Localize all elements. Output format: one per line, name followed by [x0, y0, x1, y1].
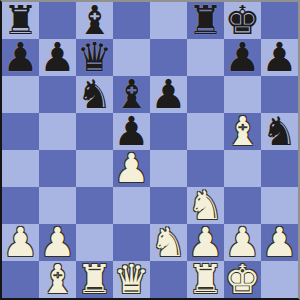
square-d3[interactable] [113, 187, 150, 224]
square-g1[interactable]: ♚ [224, 261, 261, 298]
square-b1[interactable]: ♝ [39, 261, 76, 298]
square-d1[interactable]: ♛ [113, 261, 150, 298]
square-c4[interactable] [76, 150, 113, 187]
square-c6[interactable]: ♞ [76, 76, 113, 113]
square-f6[interactable] [187, 76, 224, 113]
black-knight[interactable]: ♞ [262, 111, 298, 151]
square-f8[interactable]: ♜ [187, 2, 224, 39]
black-knight[interactable]: ♞ [77, 74, 113, 114]
square-f5[interactable] [187, 113, 224, 150]
square-h1[interactable] [261, 261, 298, 298]
black-pawn[interactable]: ♟ [225, 37, 261, 77]
square-e4[interactable] [150, 150, 187, 187]
square-d8[interactable] [113, 2, 150, 39]
square-a1[interactable] [2, 261, 39, 298]
square-a2[interactable]: ♟ [2, 224, 39, 261]
white-pawn[interactable]: ♟ [114, 148, 150, 188]
square-c1[interactable]: ♜ [76, 261, 113, 298]
white-pawn[interactable]: ♟ [3, 222, 39, 262]
square-b4[interactable] [39, 150, 76, 187]
white-bishop[interactable]: ♝ [40, 259, 76, 299]
square-e2[interactable]: ♞ [150, 224, 187, 261]
square-f1[interactable]: ♜ [187, 261, 224, 298]
white-queen[interactable]: ♛ [114, 259, 150, 299]
black-pawn[interactable]: ♟ [3, 37, 39, 77]
square-h4[interactable] [261, 150, 298, 187]
square-e8[interactable] [150, 2, 187, 39]
square-g7[interactable]: ♟ [224, 39, 261, 76]
black-pawn[interactable]: ♟ [151, 74, 187, 114]
square-g4[interactable] [224, 150, 261, 187]
square-e5[interactable] [150, 113, 187, 150]
white-king[interactable]: ♚ [225, 259, 261, 299]
chess-board: ♜♝♜♚♟♟♛♟♟♞♝♟♟♝♞♟♞♟♟♞♟♟♟♝♜♛♜♚ [2, 2, 298, 298]
black-pawn[interactable]: ♟ [40, 37, 76, 77]
square-a7[interactable]: ♟ [2, 39, 39, 76]
square-b7[interactable]: ♟ [39, 39, 76, 76]
black-rook[interactable]: ♜ [188, 0, 224, 40]
square-f7[interactable] [187, 39, 224, 76]
square-e6[interactable]: ♟ [150, 76, 187, 113]
square-h7[interactable]: ♟ [261, 39, 298, 76]
square-b5[interactable] [39, 113, 76, 150]
white-rook[interactable]: ♜ [77, 259, 113, 299]
white-rook[interactable]: ♜ [188, 259, 224, 299]
chess-board-frame: ♜♝♜♚♟♟♛♟♟♞♝♟♟♝♞♟♞♟♟♞♟♟♟♝♜♛♜♚ [0, 0, 300, 300]
square-c3[interactable] [76, 187, 113, 224]
square-a4[interactable] [2, 150, 39, 187]
white-knight[interactable]: ♞ [151, 222, 187, 262]
square-c5[interactable] [76, 113, 113, 150]
white-pawn[interactable]: ♟ [262, 222, 298, 262]
square-b6[interactable] [39, 76, 76, 113]
square-g5[interactable]: ♝ [224, 113, 261, 150]
square-h2[interactable]: ♟ [261, 224, 298, 261]
square-e1[interactable] [150, 261, 187, 298]
square-a5[interactable] [2, 113, 39, 150]
white-bishop[interactable]: ♝ [225, 111, 261, 151]
square-d4[interactable]: ♟ [113, 150, 150, 187]
square-a6[interactable] [2, 76, 39, 113]
black-pawn[interactable]: ♟ [262, 37, 298, 77]
square-h5[interactable]: ♞ [261, 113, 298, 150]
